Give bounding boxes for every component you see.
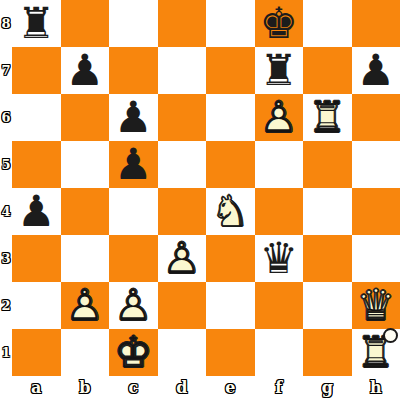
square-g8[interactable] bbox=[303, 0, 352, 47]
square-c7[interactable] bbox=[109, 47, 158, 94]
white-queen-outline-glyph: ♕ bbox=[352, 282, 400, 329]
square-c4[interactable] bbox=[109, 188, 158, 235]
black-pawn-glyph: ♟ bbox=[109, 94, 158, 141]
square-h4[interactable] bbox=[352, 188, 400, 235]
square-h8[interactable] bbox=[352, 0, 400, 47]
square-c8[interactable] bbox=[109, 0, 158, 47]
white-pawn-d3[interactable]: ♟♙ bbox=[158, 235, 207, 282]
square-h5[interactable] bbox=[352, 141, 400, 188]
rank-label-6: 6 bbox=[0, 94, 12, 141]
square-b6[interactable] bbox=[61, 94, 110, 141]
square-h2[interactable]: ♛♕ bbox=[352, 282, 400, 329]
rank-label-1: 1 bbox=[0, 329, 12, 376]
file-label-d: d bbox=[158, 376, 207, 400]
file-labels: abcdefgh bbox=[12, 376, 400, 400]
square-f5[interactable] bbox=[255, 141, 304, 188]
square-d3[interactable]: ♟♙ bbox=[158, 235, 207, 282]
square-e7[interactable] bbox=[206, 47, 255, 94]
rank-label-7: 7 bbox=[0, 47, 12, 94]
square-g7[interactable] bbox=[303, 47, 352, 94]
black-king-glyph: ♚ bbox=[255, 0, 304, 47]
file-label-b: b bbox=[61, 376, 110, 400]
square-b8[interactable] bbox=[61, 0, 110, 47]
rank-labels: 87654321 bbox=[0, 0, 12, 376]
file-label-c: c bbox=[109, 376, 158, 400]
square-g6[interactable]: ♜♖ bbox=[303, 94, 352, 141]
square-b4[interactable] bbox=[61, 188, 110, 235]
chess-board: ♜♚♟♜♟♟♟♙♜♖♟♟♞♘♟♙♛♟♙♟♙♛♕♚♔♜♖ bbox=[12, 0, 400, 376]
square-a2[interactable] bbox=[12, 282, 61, 329]
white-pawn-outline-glyph: ♙ bbox=[61, 282, 110, 329]
square-h7[interactable]: ♟ bbox=[352, 47, 400, 94]
black-pawn-a4[interactable]: ♟ bbox=[12, 188, 61, 235]
white-pawn-c2[interactable]: ♟♙ bbox=[109, 282, 158, 329]
rank-label-4: 4 bbox=[0, 188, 12, 235]
black-queen-glyph: ♛ bbox=[255, 235, 304, 282]
rank-label-5: 5 bbox=[0, 141, 12, 188]
square-g3[interactable] bbox=[303, 235, 352, 282]
square-a6[interactable] bbox=[12, 94, 61, 141]
file-label-h: h bbox=[352, 376, 400, 400]
square-f2[interactable] bbox=[255, 282, 304, 329]
white-pawn-outline-glyph: ♙ bbox=[255, 94, 304, 141]
square-c6[interactable]: ♟ bbox=[109, 94, 158, 141]
rank-label-2: 2 bbox=[0, 282, 12, 329]
white-pawn-f6[interactable]: ♟♙ bbox=[255, 94, 304, 141]
white-king-outline-glyph: ♔ bbox=[109, 329, 158, 376]
square-f1[interactable] bbox=[255, 329, 304, 376]
square-a3[interactable] bbox=[12, 235, 61, 282]
black-rook-glyph: ♜ bbox=[12, 0, 61, 47]
white-knight-outline-glyph: ♘ bbox=[206, 188, 255, 235]
square-d2[interactable] bbox=[158, 282, 207, 329]
square-d7[interactable] bbox=[158, 47, 207, 94]
square-h3[interactable] bbox=[352, 235, 400, 282]
black-pawn-c5[interactable]: ♟ bbox=[109, 141, 158, 188]
white-queen-h2[interactable]: ♛♕ bbox=[352, 282, 400, 329]
white-king-c1[interactable]: ♚♔ bbox=[109, 329, 158, 376]
square-c2[interactable]: ♟♙ bbox=[109, 282, 158, 329]
square-b5[interactable] bbox=[61, 141, 110, 188]
square-d4[interactable] bbox=[158, 188, 207, 235]
black-king-f8[interactable]: ♚ bbox=[255, 0, 304, 47]
square-f4[interactable] bbox=[255, 188, 304, 235]
black-pawn-h7[interactable]: ♟ bbox=[352, 47, 400, 94]
square-g4[interactable] bbox=[303, 188, 352, 235]
white-pawn-outline-glyph: ♙ bbox=[158, 235, 207, 282]
file-label-g: g bbox=[303, 376, 352, 400]
black-rook-a8[interactable]: ♜ bbox=[12, 0, 61, 47]
white-rook-outline-glyph: ♖ bbox=[303, 94, 352, 141]
square-a1[interactable] bbox=[12, 329, 61, 376]
square-a8[interactable]: ♜ bbox=[12, 0, 61, 47]
white-pawn-outline-glyph: ♙ bbox=[109, 282, 158, 329]
black-rook-f7[interactable]: ♜ bbox=[255, 47, 304, 94]
white-rook-g6[interactable]: ♜♖ bbox=[303, 94, 352, 141]
square-c3[interactable] bbox=[109, 235, 158, 282]
rank-label-3: 3 bbox=[0, 235, 12, 282]
square-h6[interactable] bbox=[352, 94, 400, 141]
square-a7[interactable] bbox=[12, 47, 61, 94]
black-rook-glyph: ♜ bbox=[255, 47, 304, 94]
black-pawn-c6[interactable]: ♟ bbox=[109, 94, 158, 141]
square-g2[interactable] bbox=[303, 282, 352, 329]
circle-marker bbox=[383, 328, 398, 343]
black-pawn-glyph: ♟ bbox=[352, 47, 400, 94]
square-f3[interactable]: ♛ bbox=[255, 235, 304, 282]
black-queen-f3[interactable]: ♛ bbox=[255, 235, 304, 282]
white-pawn-b2[interactable]: ♟♙ bbox=[61, 282, 110, 329]
square-e1[interactable] bbox=[206, 329, 255, 376]
black-pawn-glyph: ♟ bbox=[61, 47, 110, 94]
square-c1[interactable]: ♚♔ bbox=[109, 329, 158, 376]
square-e8[interactable] bbox=[206, 0, 255, 47]
square-e5[interactable] bbox=[206, 141, 255, 188]
square-d5[interactable] bbox=[158, 141, 207, 188]
square-d8[interactable] bbox=[158, 0, 207, 47]
square-f7[interactable]: ♜ bbox=[255, 47, 304, 94]
square-a4[interactable]: ♟ bbox=[12, 188, 61, 235]
square-b2[interactable]: ♟♙ bbox=[61, 282, 110, 329]
square-f6[interactable]: ♟♙ bbox=[255, 94, 304, 141]
file-label-a: a bbox=[12, 376, 61, 400]
chess-puzzle-page: 87654321 ♜♚♟♜♟♟♟♙♜♖♟♟♞♘♟♙♛♟♙♟♙♛♕♚♔♜♖ abc… bbox=[0, 0, 400, 400]
file-label-f: f bbox=[255, 376, 304, 400]
square-b7[interactable]: ♟ bbox=[61, 47, 110, 94]
file-label-e: e bbox=[206, 376, 255, 400]
black-pawn-glyph: ♟ bbox=[109, 141, 158, 188]
square-d6[interactable] bbox=[158, 94, 207, 141]
square-c5[interactable]: ♟ bbox=[109, 141, 158, 188]
white-knight-e4[interactable]: ♞♘ bbox=[206, 188, 255, 235]
black-pawn-glyph: ♟ bbox=[12, 188, 61, 235]
square-g1[interactable] bbox=[303, 329, 352, 376]
square-e4[interactable]: ♞♘ bbox=[206, 188, 255, 235]
square-d1[interactable] bbox=[158, 329, 207, 376]
square-g5[interactable] bbox=[303, 141, 352, 188]
square-e2[interactable] bbox=[206, 282, 255, 329]
square-f8[interactable]: ♚ bbox=[255, 0, 304, 47]
square-a5[interactable] bbox=[12, 141, 61, 188]
square-e3[interactable] bbox=[206, 235, 255, 282]
square-b1[interactable] bbox=[61, 329, 110, 376]
square-b3[interactable] bbox=[61, 235, 110, 282]
rank-label-8: 8 bbox=[0, 0, 12, 47]
square-e6[interactable] bbox=[206, 94, 255, 141]
black-pawn-b7[interactable]: ♟ bbox=[61, 47, 110, 94]
